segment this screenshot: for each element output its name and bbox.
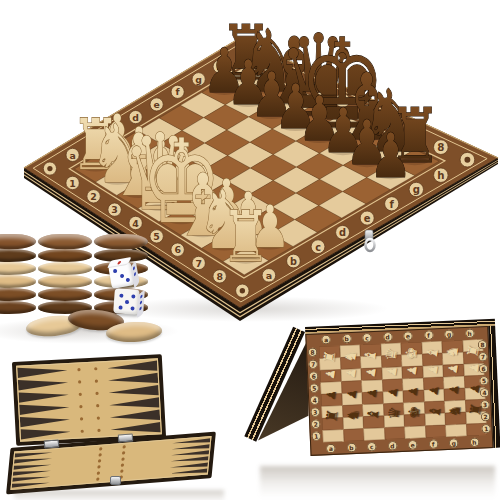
fold-magnetic-piece-dark: ♜: [322, 404, 343, 427]
fold-coordinate-medallion: f: [424, 330, 433, 339]
fold-coordinate-medallion: d: [388, 441, 397, 450]
fold-piece-row-dark: ♜♞♝♛♚♝♞♜: [322, 400, 487, 425]
folded-magnetic-board: 8877665544332211aabbccddeeffgghh♜♞♝♛♚♝♞♜…: [248, 296, 500, 500]
fold-magnetic-piece-dark: ♟: [343, 383, 360, 406]
coordinate-label: g: [195, 74, 202, 85]
backgammon-point: [13, 463, 51, 470]
piece-white-r: ♜: [221, 195, 270, 278]
backgammon-point: [20, 427, 70, 440]
checker-disc: [0, 234, 36, 249]
backgammon-point: [170, 462, 208, 469]
checker-disc: [38, 262, 92, 275]
backgammon-point: [170, 456, 208, 463]
fold-magnetic-piece-dark: ♝: [363, 403, 384, 426]
fold-board-square: [323, 429, 344, 442]
backgammon-point: [169, 468, 207, 475]
die: [108, 262, 135, 289]
checker-disc: [94, 234, 148, 249]
checker-disc: [0, 262, 36, 275]
fold-magnetic-piece-light: ♟: [424, 358, 441, 381]
backgammon-point: [19, 402, 69, 415]
fold-magnetic-piece-light: ♟: [383, 360, 400, 383]
fold-magnetic-piece-dark: ♟: [384, 381, 401, 404]
backgammon-point: [13, 469, 51, 476]
backgammon-case-open: [6, 348, 242, 500]
fold-chess-face: 8877665544332211aabbccddeeffgghh♜♞♝♛♚♝♞♜…: [305, 326, 493, 456]
coordinate-label: b: [290, 256, 297, 267]
checker-disc: [0, 249, 36, 262]
case-hinge: [118, 433, 134, 442]
backgammon-point: [171, 444, 209, 451]
fold-board-square: [384, 427, 405, 440]
checker-disc: [0, 288, 36, 301]
fold-right-face-wrap: 8877665544332211aabbccddeeffgghh♜♞♝♛♚♝♞♜…: [305, 319, 500, 463]
backgammon-point: [12, 481, 50, 488]
backgammon-point: [17, 365, 67, 378]
backgammon-point: [18, 377, 68, 390]
fold-board-square: [343, 429, 364, 442]
fold-reflection: [260, 466, 495, 498]
piece-black-p: ♟: [369, 120, 412, 191]
fold-coordinate-medallion: d: [383, 332, 392, 341]
die: [113, 288, 140, 315]
checker-disc: [0, 275, 36, 288]
coordinate-label: c: [315, 242, 321, 253]
checkers-stack: [38, 234, 92, 314]
backgammon-point: [107, 360, 157, 373]
backgammon-point: [20, 414, 70, 427]
coordinate-label: g: [413, 184, 420, 195]
fold-magnetic-piece-dark: ♝: [424, 400, 445, 423]
fold-magnetic-piece-dark: ♟: [425, 379, 442, 402]
case-clasp: [110, 476, 121, 485]
backgammon-point: [19, 390, 69, 403]
backgammon-point: [171, 450, 209, 457]
case-reflection: [14, 490, 224, 500]
backgammon-lid: [12, 354, 166, 446]
backgammon-point: [15, 451, 53, 458]
case-hinge: [44, 439, 60, 448]
fold-coordinate-medallion: h: [465, 329, 474, 338]
checkers-stack: [0, 234, 36, 314]
fold-board-square: [425, 425, 446, 438]
fold-magnetic-piece-light: ♟: [342, 362, 359, 385]
checker-disc: [38, 234, 92, 249]
fold-magnetic-piece-dark: ♚: [404, 401, 425, 424]
coordinate-label: e: [364, 213, 371, 224]
fold-magnetic-piece-dark: ♜: [465, 398, 486, 421]
fold-magnetic-piece-dark: ♞: [444, 399, 465, 422]
backgammon-point: [12, 475, 50, 482]
fold-coordinate-medallion: h: [469, 438, 478, 447]
fold-magnetic-piece-dark: ♞: [342, 403, 363, 426]
fold-board-square: [363, 428, 384, 441]
fold-magnetic-piece-dark: ♟: [466, 377, 483, 400]
backgammon-point: [109, 397, 159, 410]
checker-disc: [0, 301, 36, 314]
backgammon-point: [110, 422, 160, 435]
coordinate-label: e: [153, 99, 159, 110]
backgammon-point: [108, 385, 158, 398]
fold-magnetic-piece-dark: ♛: [383, 402, 404, 425]
fold-coordinate-medallion: b: [347, 443, 356, 452]
coordinate-label: d: [339, 227, 346, 238]
checkers-and-dice-group: [0, 234, 182, 349]
backgammon-point: [110, 410, 160, 423]
fold-coordinate-medallion: f: [429, 439, 438, 448]
product-photo-scene: aabbccddeeffgghh1122334455667788♜♞♟♝♟♛♟♚…: [0, 0, 500, 500]
backgammon-point: [14, 457, 52, 464]
backgammon-point: [108, 373, 158, 386]
checker-disc: [38, 288, 92, 301]
backgammon-point: [172, 438, 210, 445]
fold-board-square: [445, 424, 466, 437]
checker-disc: [38, 249, 92, 262]
fold-coordinate-medallion: b: [342, 334, 351, 343]
fold-magnetic-piece-light: ♟: [465, 356, 482, 379]
coordinate-label: f: [390, 199, 395, 210]
fold-board-square: [404, 426, 425, 439]
checker-disc: [38, 275, 92, 288]
